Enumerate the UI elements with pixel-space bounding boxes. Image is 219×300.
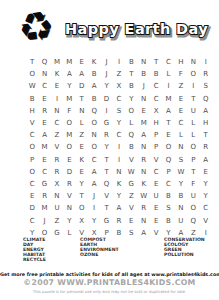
grid-cell: L	[187, 117, 199, 129]
grid-cell: M	[63, 56, 75, 68]
grid-cell: A	[38, 129, 50, 141]
grid-cell: X	[113, 80, 125, 92]
grid-cell: V	[150, 227, 162, 239]
grid-cell: B	[162, 190, 174, 202]
grid-cell: N	[138, 93, 150, 105]
grid-cell: M	[38, 141, 50, 153]
grid-cell: V	[199, 214, 211, 226]
grid-cell: N	[38, 68, 50, 80]
grid-cell: L	[162, 68, 174, 80]
grid-cell: B	[26, 93, 38, 105]
grid-cell: O	[88, 141, 100, 153]
grid-cell: R	[38, 190, 50, 202]
word-list: CLIMATEDAYENERGYHABITATRECYCLE COMPOSTEA…	[23, 238, 215, 263]
grid-cell: R	[51, 166, 63, 178]
grid-cell: G	[100, 214, 112, 226]
grid-cell: S	[175, 154, 187, 166]
grid-cell: R	[51, 154, 63, 166]
grid-cell: C	[51, 117, 63, 129]
grid-cell: I	[199, 56, 211, 68]
grid-cell: O	[63, 117, 75, 129]
grid-cell: E	[26, 190, 38, 202]
grid-cell: R	[38, 105, 50, 117]
grid-cell: Y	[100, 141, 112, 153]
grid-cell: C	[38, 166, 50, 178]
grid-cell: W	[125, 166, 137, 178]
grid-cell: G	[38, 178, 50, 190]
grid-cell: L	[175, 129, 187, 141]
grid-cell: N	[138, 166, 150, 178]
grid-cell: Z	[51, 129, 63, 141]
grid-cell: D	[26, 202, 38, 214]
word-search-grid: TQMMEKJIBNTCHNIONKAABJZTBBLFORWCEYDAYXBJ…	[26, 56, 212, 239]
grid-cell: C	[162, 178, 174, 190]
grid-cell: V	[125, 154, 137, 166]
grid-cell: C	[150, 93, 162, 105]
grid-cell: I	[51, 93, 63, 105]
grid-cell: Q	[38, 56, 50, 68]
grid-cell: Y	[88, 214, 100, 226]
grid-cell: K	[76, 154, 88, 166]
grid-cell: E	[138, 105, 150, 117]
grid-cell: O	[187, 141, 199, 153]
grid-cell: Q	[162, 154, 174, 166]
grid-cell: V	[26, 117, 38, 129]
grid-cell: E	[162, 129, 174, 141]
grid-cell: F	[175, 68, 187, 80]
word-item: RECYCLE	[23, 258, 80, 263]
grid-cell: A	[199, 154, 211, 166]
grid-cell: V	[63, 190, 75, 202]
grid-cell: Y	[63, 80, 75, 92]
grid-cell: J	[100, 56, 112, 68]
grid-cell: I	[162, 80, 174, 92]
grid-cell: E	[199, 166, 211, 178]
grid-cell: E	[63, 154, 75, 166]
grid-cell: L	[76, 117, 88, 129]
grid-cell: V	[51, 141, 63, 153]
grid-cell: T	[125, 68, 137, 80]
grid-cell: N	[138, 141, 150, 153]
grid-cell: Q	[199, 93, 211, 105]
grid-cell: X	[51, 178, 63, 190]
grid-cell: I	[113, 56, 125, 68]
grid-cell: J	[88, 190, 100, 202]
grid-cell: V	[150, 154, 162, 166]
grid-cell: K	[113, 178, 125, 190]
grid-cell: E	[150, 202, 162, 214]
grid-cell: D	[76, 80, 88, 92]
grid-cell: E	[38, 154, 50, 166]
grid-cell: O	[63, 141, 75, 153]
grid-cell: R	[138, 154, 150, 166]
grid-cell: T	[100, 202, 112, 214]
grid-cell: H	[26, 105, 38, 117]
page: ♻ Happy Earth Day Happy Earth Day TQMMEK…	[0, 0, 219, 300]
grid-cell: L	[63, 227, 75, 239]
grid-cell: N	[113, 166, 125, 178]
grid-cell: T	[199, 129, 211, 141]
grid-cell: N	[63, 202, 75, 214]
grid-cell: F	[187, 178, 199, 190]
grid-cell: R	[100, 129, 112, 141]
grid-cell: H	[175, 56, 187, 68]
grid-cell: A	[76, 68, 88, 80]
word-col-3: CONSERVATIONECOLOGYGREENPOLLUTION	[164, 238, 215, 263]
grid-cell: P	[150, 129, 162, 141]
grid-cell: O	[162, 141, 174, 153]
grid-cell: H	[199, 117, 211, 129]
grid-cell: A	[63, 68, 75, 80]
grid-cell: L	[125, 117, 137, 129]
grid-cell: N	[88, 129, 100, 141]
grid-cell: U	[187, 190, 199, 202]
grid-cell: P	[26, 154, 38, 166]
grid-cell: E	[175, 93, 187, 105]
grid-cell: G	[100, 117, 112, 129]
grid-cell: O	[26, 166, 38, 178]
grid-cell: W	[175, 166, 187, 178]
grid-cell: U	[150, 190, 162, 202]
grid-cell: C	[88, 154, 100, 166]
grid-cell: B	[88, 68, 100, 80]
grid-cell: N	[51, 105, 63, 117]
grid-cell: I	[88, 202, 100, 214]
grid-cell: R	[113, 214, 125, 226]
grid-cell: Y	[175, 178, 187, 190]
grid-cell: E	[125, 214, 137, 226]
grid-cell: I	[187, 80, 199, 92]
grid-cell: O	[26, 141, 38, 153]
grid-cell: D	[100, 93, 112, 105]
grid-cell: Z	[125, 190, 137, 202]
word-item: POLLUTION	[164, 253, 215, 258]
grid-cell: Q	[125, 129, 137, 141]
grid-cell: X	[150, 105, 162, 117]
header: ♻ Happy Earth Day Happy Earth Day	[12, 0, 214, 54]
grid-cell: A	[113, 202, 125, 214]
grid-cell: Q	[100, 178, 112, 190]
footer-disclaimer: This puzzle is for personal use only and…	[0, 289, 219, 294]
word-col-2: COMPOSTEARTHENVIRONMENTOZONE	[80, 238, 164, 263]
grid-cell: C	[150, 166, 162, 178]
grid-cell: O	[26, 68, 38, 80]
grid-cell: A	[88, 178, 100, 190]
grid-cell: T	[150, 56, 162, 68]
grid-cell: T	[100, 166, 112, 178]
grid-cell: C	[113, 93, 125, 105]
grid-cell: Y	[113, 190, 125, 202]
grid-cell: Y	[100, 80, 112, 92]
grid-cell: J	[138, 80, 150, 92]
grid-cell: N	[138, 56, 150, 68]
grid-cell: T	[187, 93, 199, 105]
grid-cell: A	[162, 105, 174, 117]
grid-cell: B	[125, 141, 137, 153]
grid-cell: Y	[76, 178, 88, 190]
footer-copyright: ©2007 WWW.PRINTABLES4KIDS.COM	[0, 278, 219, 287]
grid-cell: Y	[125, 93, 137, 105]
grid-cell: E	[51, 80, 63, 92]
grid-cell: T	[76, 190, 88, 202]
grid-cell: R	[199, 141, 211, 153]
grid-cell: A	[138, 227, 150, 239]
grid-cell: Z	[51, 214, 63, 226]
grid-cell: C	[26, 178, 38, 190]
grid-cell: U	[175, 214, 187, 226]
grid-cell: Z	[76, 129, 88, 141]
grid-cell: S	[125, 227, 137, 239]
grid-cell: J	[100, 68, 112, 80]
grid-cell: Q	[187, 214, 199, 226]
grid-cell: Y	[199, 178, 211, 190]
grid-cell: H	[150, 117, 162, 129]
grid-cell: Q	[88, 105, 100, 117]
grid-cell: S	[199, 80, 211, 92]
grid-cell: V	[125, 202, 137, 214]
grid-cell: W	[138, 190, 150, 202]
grid-cell: P	[187, 154, 199, 166]
grid-cell: R	[138, 202, 150, 214]
grid-cell: C	[162, 56, 174, 68]
grid-cell: A	[88, 166, 100, 178]
grid-cell: C	[26, 129, 38, 141]
grid-cell: J	[38, 214, 50, 226]
grid-cell: B	[88, 93, 100, 105]
grid-cell: I	[113, 154, 125, 166]
grid-cell: O	[125, 105, 137, 117]
grid-cell: R	[63, 178, 75, 190]
grid-cell: A	[88, 80, 100, 92]
grid-cell: N	[187, 56, 199, 68]
grid-cell: C	[150, 80, 162, 92]
footer-promo: Get more free printable activities for k…	[0, 272, 219, 277]
grid-cell: B	[138, 68, 150, 80]
grid-cell: E	[76, 56, 88, 68]
grid-cell: M	[38, 202, 50, 214]
grid-cell: E	[76, 141, 88, 153]
page-title: Happy Earth Day	[65, 21, 208, 37]
grid-cell: T	[26, 56, 38, 68]
grid-cell: C	[113, 129, 125, 141]
grid-cell: T	[76, 93, 88, 105]
page-title-art: Happy Earth Day Happy Earth Day	[62, 9, 214, 45]
grid-cell: C	[38, 80, 50, 92]
grid-cell: S	[162, 202, 174, 214]
grid-cell: S	[113, 105, 125, 117]
word-col-1: CLIMATEDAYENERGYHABITATRECYCLE	[23, 238, 80, 263]
grid-cell: Y	[199, 190, 211, 202]
grid-cell: I	[100, 105, 112, 117]
grid-cell: B	[125, 56, 137, 68]
grid-cell: E	[38, 117, 50, 129]
word-item: OZONE	[80, 253, 164, 258]
grid-cell: R	[199, 68, 211, 80]
grid-cell: Y	[113, 117, 125, 129]
recycle-icon: ♻	[9, 0, 63, 55]
grid-cell: X	[76, 214, 88, 226]
grid-cell: Z	[113, 68, 125, 80]
grid-cell: V	[100, 190, 112, 202]
grid-cell: O	[76, 202, 88, 214]
grid-cell: C	[26, 214, 38, 226]
grid-cell: E	[76, 166, 88, 178]
grid-cell: E	[150, 214, 162, 226]
grid-cell: B	[125, 80, 137, 92]
grid-cell: D	[63, 166, 75, 178]
grid-cell: B	[175, 190, 187, 202]
grid-cell: T	[100, 154, 112, 166]
grid-cell: T	[187, 166, 199, 178]
grid-cell: O	[187, 202, 199, 214]
grid-cell: P	[162, 166, 174, 178]
grid-cell: Y	[63, 214, 75, 226]
grid-cell: O	[187, 68, 199, 80]
grid-cell: P	[150, 141, 162, 153]
grid-cell: K	[51, 68, 63, 80]
grid-cell: Z	[175, 80, 187, 92]
grid-cell: A	[199, 105, 211, 117]
grid-cell: K	[138, 178, 150, 190]
grid-cell: N	[76, 105, 88, 117]
grid-cell: N	[175, 202, 187, 214]
grid-cell: L	[187, 129, 199, 141]
grid-cell: F	[63, 105, 75, 117]
grid-cell: I	[113, 141, 125, 153]
grid-cell: B	[162, 214, 174, 226]
grid-cell: M	[162, 93, 174, 105]
grid-cell: C	[199, 202, 211, 214]
grid-cell: C	[175, 117, 187, 129]
grid-cell: N	[51, 190, 63, 202]
grid-cell: E	[38, 93, 50, 105]
grid-cell: E	[175, 105, 187, 117]
grid-cell: A	[138, 129, 150, 141]
grid-cell: M	[63, 93, 75, 105]
grid-cell: N	[175, 141, 187, 153]
grid-cell: N	[138, 214, 150, 226]
grid-cell: M	[63, 129, 75, 141]
grid-cell: O	[88, 117, 100, 129]
grid-cell: W	[26, 80, 38, 92]
grid-cell: U	[187, 105, 199, 117]
grid-cell: B	[113, 227, 125, 239]
grid-cell: E	[150, 178, 162, 190]
grid-cell: U	[51, 202, 63, 214]
grid-cell: B	[150, 68, 162, 80]
grid-cell: K	[88, 56, 100, 68]
grid-cell: T	[162, 117, 174, 129]
grid-cell: G	[51, 227, 63, 239]
grid-cell: M	[138, 117, 150, 129]
grid-cell: M	[51, 56, 63, 68]
grid-cell: G	[125, 178, 137, 190]
